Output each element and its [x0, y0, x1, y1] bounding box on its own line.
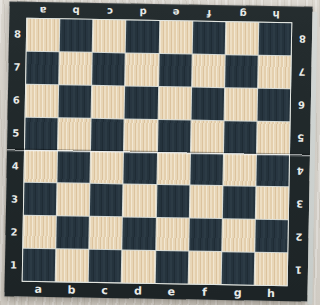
square-b3[interactable]	[57, 184, 90, 216]
square-f7[interactable]	[192, 54, 225, 86]
square-e8[interactable]	[159, 21, 192, 53]
rank-label-left-4: 4	[6, 149, 24, 182]
file-label-bottom-b: b	[55, 283, 88, 298]
square-d1[interactable]	[122, 251, 155, 283]
square-b4[interactable]	[58, 151, 91, 183]
square-e5[interactable]	[158, 120, 191, 152]
file-label-top-g: g	[226, 7, 259, 21]
square-h3[interactable]	[256, 187, 289, 219]
square-f5[interactable]	[191, 120, 224, 152]
square-b6[interactable]	[59, 85, 92, 117]
file-label-top-b: b	[60, 4, 93, 18]
square-d2[interactable]	[123, 218, 156, 250]
square-b2[interactable]	[56, 216, 89, 248]
square-d6[interactable]	[125, 86, 158, 118]
square-e3[interactable]	[156, 185, 189, 217]
square-b1[interactable]	[56, 249, 89, 281]
square-a8[interactable]	[27, 19, 60, 51]
square-e4[interactable]	[157, 152, 190, 184]
rank-label-right-3: 3	[290, 187, 310, 220]
square-c3[interactable]	[90, 184, 123, 216]
square-b5[interactable]	[58, 118, 91, 150]
rank-label-left-8: 8	[9, 17, 27, 50]
square-a3[interactable]	[24, 183, 57, 215]
square-c8[interactable]	[93, 20, 126, 52]
square-h4[interactable]	[256, 154, 289, 186]
rank-label-right-5: 5	[291, 121, 311, 154]
square-d4[interactable]	[124, 152, 157, 184]
square-h2[interactable]	[255, 220, 288, 252]
file-label-top-f: f	[193, 7, 226, 21]
square-g4[interactable]	[223, 154, 256, 186]
rank-label-right-2: 2	[289, 220, 309, 253]
file-label-bottom-e: e	[154, 285, 187, 300]
square-g7[interactable]	[225, 55, 258, 87]
chess-board: abcdefgh 87654321 87654321 abcdefgh	[4, 1, 312, 301]
rank-label-left-1: 1	[5, 248, 23, 281]
square-d3[interactable]	[123, 185, 156, 217]
square-a6[interactable]	[26, 84, 59, 116]
square-h8[interactable]	[259, 23, 292, 55]
file-label-top-d: d	[126, 5, 159, 19]
square-g3[interactable]	[223, 187, 256, 219]
square-f8[interactable]	[192, 22, 225, 54]
rank-label-left-7: 7	[8, 50, 26, 83]
square-c5[interactable]	[91, 118, 124, 150]
rank-label-right-4: 4	[290, 154, 310, 187]
square-a7[interactable]	[26, 52, 59, 84]
square-h5[interactable]	[257, 121, 290, 153]
square-a5[interactable]	[25, 117, 58, 149]
square-f3[interactable]	[189, 186, 222, 218]
file-label-top-c: c	[93, 5, 126, 19]
file-label-top-h: h	[259, 8, 292, 22]
square-d5[interactable]	[124, 119, 157, 151]
square-c1[interactable]	[89, 250, 122, 282]
square-a2[interactable]	[23, 216, 56, 248]
square-a4[interactable]	[24, 150, 57, 182]
square-c4[interactable]	[91, 151, 124, 183]
file-label-bottom-c: c	[88, 284, 121, 299]
square-h6[interactable]	[257, 88, 290, 120]
square-a1[interactable]	[23, 249, 56, 281]
square-c7[interactable]	[92, 53, 125, 85]
file-label-bottom-a: a	[21, 283, 54, 298]
rank-label-right-6: 6	[292, 88, 312, 121]
square-g1[interactable]	[221, 252, 254, 284]
square-f4[interactable]	[190, 153, 223, 185]
rank-label-left-2: 2	[5, 215, 23, 248]
rank-label-left-5: 5	[7, 116, 25, 149]
file-label-top-a: a	[26, 4, 59, 18]
square-b7[interactable]	[59, 52, 92, 84]
square-e6[interactable]	[158, 87, 191, 119]
rank-label-right-8: 8	[293, 22, 313, 55]
square-h7[interactable]	[258, 56, 291, 88]
square-d7[interactable]	[126, 53, 159, 85]
square-f1[interactable]	[188, 252, 221, 284]
file-label-top-e: e	[159, 6, 192, 20]
file-label-bottom-h: h	[254, 287, 287, 302]
square-c2[interactable]	[90, 217, 123, 249]
square-e2[interactable]	[156, 218, 189, 250]
square-g2[interactable]	[222, 219, 255, 251]
rank-label-right-7: 7	[292, 55, 312, 88]
square-e1[interactable]	[155, 251, 188, 283]
file-label-bottom-f: f	[188, 286, 221, 301]
rank-label-left-3: 3	[6, 182, 24, 215]
rank-label-left-6: 6	[8, 83, 26, 116]
square-d8[interactable]	[126, 20, 159, 52]
square-h1[interactable]	[255, 253, 288, 285]
file-label-bottom-d: d	[121, 284, 154, 299]
square-c6[interactable]	[92, 86, 125, 118]
square-g6[interactable]	[224, 88, 257, 120]
file-label-bottom-g: g	[221, 286, 254, 301]
rank-label-right-1: 1	[289, 253, 309, 286]
square-g5[interactable]	[224, 121, 257, 153]
square-f2[interactable]	[189, 219, 222, 251]
square-e7[interactable]	[159, 54, 192, 86]
square-f6[interactable]	[191, 87, 224, 119]
square-b8[interactable]	[60, 19, 93, 51]
square-g8[interactable]	[225, 22, 258, 54]
